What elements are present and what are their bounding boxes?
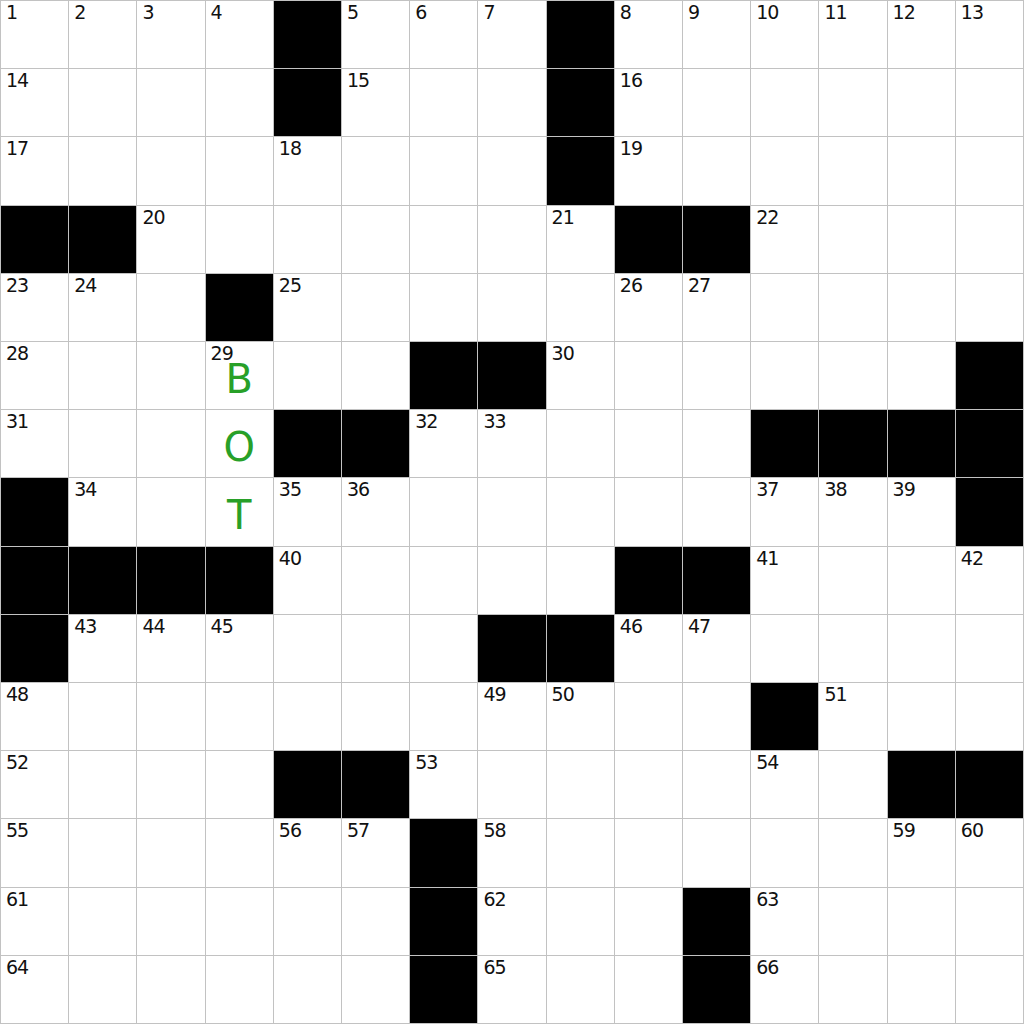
cell-r14-c1[interactable]: 61 (1, 888, 68, 955)
cell-r3-c9 (547, 137, 614, 204)
clue-number: 64 (6, 957, 28, 978)
cell-r11-c14[interactable] (888, 683, 955, 750)
cell-r12-c10[interactable] (615, 751, 682, 818)
cell-r6-c11[interactable] (683, 342, 750, 409)
cell-r4-c4[interactable] (206, 206, 273, 273)
cell-r4-c8[interactable] (478, 206, 545, 273)
cell-r7-c14 (888, 410, 955, 477)
clue-number: 25 (279, 275, 301, 296)
cell-r6-c6[interactable] (342, 342, 409, 409)
cell-r5-c10[interactable]: 26 (615, 274, 682, 341)
cell-r12-c6 (342, 751, 409, 818)
clue-number: 20 (142, 207, 164, 228)
cell-r6-c2[interactable] (69, 342, 136, 409)
cell-r6-c3[interactable] (137, 342, 204, 409)
clue-number: 2 (74, 2, 85, 23)
clue-number: 6 (415, 2, 426, 23)
cell-r4-c10 (615, 206, 682, 273)
clue-number: 23 (6, 275, 28, 296)
cell-r4-c15[interactable] (956, 206, 1023, 273)
cell-r1-c13[interactable]: 11 (819, 1, 886, 68)
cell-r11-c11[interactable] (683, 683, 750, 750)
cell-r7-c11[interactable] (683, 410, 750, 477)
cell-r8-c4[interactable]: T (206, 478, 273, 545)
cell-r6-c7 (410, 342, 477, 409)
clue-number: 4 (211, 2, 222, 23)
cell-r15-c8[interactable]: 65 (478, 956, 545, 1023)
cell-r3-c8[interactable] (478, 137, 545, 204)
cell-r2-c10[interactable]: 16 (615, 69, 682, 136)
cell-r1-c1[interactable]: 1 (1, 1, 68, 68)
cell-r4-c2 (69, 206, 136, 273)
cell-r1-c5 (274, 1, 341, 68)
cell-r13-c13[interactable] (819, 819, 886, 886)
clue-number: 54 (756, 752, 778, 773)
cell-r8-c9[interactable] (547, 478, 614, 545)
clue-number: 42 (961, 548, 983, 569)
cell-r14-c9[interactable] (547, 888, 614, 955)
cell-r3-c7[interactable] (410, 137, 477, 204)
cell-r5-c8[interactable] (478, 274, 545, 341)
cell-r11-c1[interactable]: 48 (1, 683, 68, 750)
cell-r7-c10[interactable] (615, 410, 682, 477)
clue-number: 36 (347, 479, 369, 500)
cell-r14-c10[interactable] (615, 888, 682, 955)
cell-r15-c4[interactable] (206, 956, 273, 1023)
cell-r1-c4[interactable]: 4 (206, 1, 273, 68)
cell-r2-c1[interactable]: 14 (1, 69, 68, 136)
clue-number: 10 (756, 2, 778, 23)
clue-number: 12 (893, 2, 915, 23)
cell-r6-c1[interactable]: 28 (1, 342, 68, 409)
cell-r10-c1 (1, 615, 68, 682)
cell-r3-c10[interactable]: 19 (615, 137, 682, 204)
cell-r8-c15 (956, 478, 1023, 545)
cell-r15-c3[interactable] (137, 956, 204, 1023)
cell-r2-c12[interactable] (751, 69, 818, 136)
cell-r15-c14[interactable] (888, 956, 955, 1023)
cell-r2-c15[interactable] (956, 69, 1023, 136)
clue-number: 45 (211, 616, 233, 637)
cell-r14-c3[interactable] (137, 888, 204, 955)
cell-r6-c15 (956, 342, 1023, 409)
cell-r1-c6[interactable]: 5 (342, 1, 409, 68)
cell-r3-c14[interactable] (888, 137, 955, 204)
clue-number: 50 (552, 684, 574, 705)
cell-r9-c1 (1, 547, 68, 614)
cell-r10-c14[interactable] (888, 615, 955, 682)
cell-r2-c11[interactable] (683, 69, 750, 136)
cell-r14-c7 (410, 888, 477, 955)
cell-r7-c5 (274, 410, 341, 477)
cell-r11-c13[interactable]: 51 (819, 683, 886, 750)
filled-letter: O (206, 410, 273, 477)
cell-r4-c5[interactable] (274, 206, 341, 273)
cell-r4-c13[interactable] (819, 206, 886, 273)
cell-r7-c4[interactable]: O (206, 410, 273, 477)
cell-r7-c3[interactable] (137, 410, 204, 477)
cell-r7-c1[interactable]: 31 (1, 410, 68, 477)
clue-number: 27 (688, 275, 710, 296)
clue-number: 40 (279, 548, 301, 569)
clue-number: 21 (552, 207, 574, 228)
clue-number: 15 (347, 70, 369, 91)
clue-number: 41 (756, 548, 778, 569)
cell-r11-c9[interactable]: 50 (547, 683, 614, 750)
cell-r15-c7 (410, 956, 477, 1023)
cell-r12-c13[interactable] (819, 751, 886, 818)
clue-number: 63 (756, 889, 778, 910)
cell-r1-c15[interactable]: 13 (956, 1, 1023, 68)
cell-r14-c2[interactable] (69, 888, 136, 955)
clue-number: 18 (279, 138, 301, 159)
cell-r12-c8[interactable] (478, 751, 545, 818)
cell-r3-c3[interactable] (137, 137, 204, 204)
cell-r12-c3[interactable] (137, 751, 204, 818)
clue-number: 30 (552, 343, 574, 364)
cell-r9-c14[interactable] (888, 547, 955, 614)
cell-r5-c2[interactable]: 24 (69, 274, 136, 341)
cell-r13-c12[interactable] (751, 819, 818, 886)
cell-r7-c9[interactable] (547, 410, 614, 477)
cell-r4-c7[interactable] (410, 206, 477, 273)
clue-number: 61 (6, 889, 28, 910)
cell-r2-c3[interactable] (137, 69, 204, 136)
cell-r13-c10[interactable] (615, 819, 682, 886)
cell-r5-c1[interactable]: 23 (1, 274, 68, 341)
clue-number: 26 (620, 275, 642, 296)
cell-r8-c6[interactable]: 36 (342, 478, 409, 545)
cell-r1-c8[interactable]: 7 (478, 1, 545, 68)
clue-number: 58 (483, 820, 505, 841)
cell-r7-c2[interactable] (69, 410, 136, 477)
cell-r10-c6[interactable] (342, 615, 409, 682)
cell-r11-c5[interactable] (274, 683, 341, 750)
cell-r2-c13[interactable] (819, 69, 886, 136)
cell-r12-c9[interactable] (547, 751, 614, 818)
cell-r13-c5[interactable]: 56 (274, 819, 341, 886)
cell-r6-c8 (478, 342, 545, 409)
cell-r14-c8[interactable]: 62 (478, 888, 545, 955)
cell-r15-c10[interactable] (615, 956, 682, 1023)
clue-number: 3 (142, 2, 153, 23)
cell-r8-c1 (1, 478, 68, 545)
cell-r8-c12[interactable]: 37 (751, 478, 818, 545)
cell-r6-c13[interactable] (819, 342, 886, 409)
cell-r11-c7[interactable] (410, 683, 477, 750)
crossword-board: 1234567891011121314151617181920212223242… (0, 0, 1024, 1024)
cell-r3-c1[interactable]: 17 (1, 137, 68, 204)
cell-r10-c12[interactable] (751, 615, 818, 682)
cell-r11-c15[interactable] (956, 683, 1023, 750)
cell-r3-c12[interactable] (751, 137, 818, 204)
cell-r13-c4[interactable] (206, 819, 273, 886)
cell-r9-c9[interactable] (547, 547, 614, 614)
cell-r3-c13[interactable] (819, 137, 886, 204)
cell-r2-c14[interactable] (888, 69, 955, 136)
cell-r3-c4[interactable] (206, 137, 273, 204)
cell-r14-c14[interactable] (888, 888, 955, 955)
cell-r9-c3 (137, 547, 204, 614)
cell-r7-c8[interactable]: 33 (478, 410, 545, 477)
cell-r10-c9 (547, 615, 614, 682)
cell-r15-c15[interactable] (956, 956, 1023, 1023)
cell-r10-c3[interactable]: 44 (137, 615, 204, 682)
clue-number: 59 (893, 820, 915, 841)
cell-r1-c3[interactable]: 3 (137, 1, 204, 68)
clue-number: 35 (279, 479, 301, 500)
cell-r13-c15[interactable]: 60 (956, 819, 1023, 886)
cell-r3-c6[interactable] (342, 137, 409, 204)
cell-r5-c13[interactable] (819, 274, 886, 341)
cell-r1-c9 (547, 1, 614, 68)
cell-r5-c5[interactable]: 25 (274, 274, 341, 341)
clue-number: 11 (824, 2, 846, 23)
cell-r6-c10[interactable] (615, 342, 682, 409)
clue-number: 32 (415, 411, 437, 432)
cell-r7-c15 (956, 410, 1023, 477)
cell-r4-c3[interactable]: 20 (137, 206, 204, 273)
clue-number: 62 (483, 889, 505, 910)
clue-number: 33 (483, 411, 505, 432)
clue-number: 47 (688, 616, 710, 637)
cell-r7-c6 (342, 410, 409, 477)
cell-r7-c12 (751, 410, 818, 477)
cell-r8-c11[interactable] (683, 478, 750, 545)
clue-number: 56 (279, 820, 301, 841)
cell-r10-c10[interactable]: 46 (615, 615, 682, 682)
cell-r2-c8[interactable] (478, 69, 545, 136)
cell-r1-c7[interactable]: 6 (410, 1, 477, 68)
cell-r14-c5[interactable] (274, 888, 341, 955)
cell-r15-c6[interactable] (342, 956, 409, 1023)
cell-r12-c14 (888, 751, 955, 818)
clue-number: 22 (756, 207, 778, 228)
cell-r2-c4[interactable] (206, 69, 273, 136)
clue-number: 51 (824, 684, 846, 705)
cell-r3-c11[interactable] (683, 137, 750, 204)
cell-r9-c15[interactable]: 42 (956, 547, 1023, 614)
cell-r9-c4 (206, 547, 273, 614)
cell-r5-c9[interactable] (547, 274, 614, 341)
cell-r7-c7[interactable]: 32 (410, 410, 477, 477)
clue-number: 39 (893, 479, 915, 500)
cell-r9-c2 (69, 547, 136, 614)
clue-number: 28 (6, 343, 28, 364)
cell-r9-c12[interactable]: 41 (751, 547, 818, 614)
clue-number: 48 (6, 684, 28, 705)
cell-r13-c6[interactable]: 57 (342, 819, 409, 886)
cell-r13-c2[interactable] (69, 819, 136, 886)
clue-number: 49 (483, 684, 505, 705)
cell-r14-c12[interactable]: 63 (751, 888, 818, 955)
cell-r5-c3[interactable] (137, 274, 204, 341)
cell-r4-c11 (683, 206, 750, 273)
cell-r13-c11[interactable] (683, 819, 750, 886)
cell-r12-c15 (956, 751, 1023, 818)
cell-r6-c12[interactable] (751, 342, 818, 409)
clue-number: 53 (415, 752, 437, 773)
cell-r8-c8[interactable] (478, 478, 545, 545)
cell-r12-c7[interactable]: 53 (410, 751, 477, 818)
cell-r7-c13 (819, 410, 886, 477)
cell-r8-c3[interactable] (137, 478, 204, 545)
clue-number: 52 (6, 752, 28, 773)
cell-r11-c3[interactable] (137, 683, 204, 750)
cell-r4-c6[interactable] (342, 206, 409, 273)
clue-number: 31 (6, 411, 28, 432)
clue-number: 14 (6, 70, 28, 91)
cell-r2-c2[interactable] (69, 69, 136, 136)
cell-r6-c14[interactable] (888, 342, 955, 409)
clue-number: 57 (347, 820, 369, 841)
clue-number: 43 (74, 616, 96, 637)
cell-r6-c5[interactable] (274, 342, 341, 409)
clue-number: 5 (347, 2, 358, 23)
cell-r2-c7[interactable] (410, 69, 477, 136)
cell-r11-c8[interactable]: 49 (478, 683, 545, 750)
clue-number: 16 (620, 70, 642, 91)
clue-number: 24 (74, 275, 96, 296)
cell-r1-c11[interactable]: 9 (683, 1, 750, 68)
cell-r9-c8[interactable] (478, 547, 545, 614)
cell-r9-c6[interactable] (342, 547, 409, 614)
cell-r14-c13[interactable] (819, 888, 886, 955)
cell-r8-c7[interactable] (410, 478, 477, 545)
clue-number: 8 (620, 2, 631, 23)
cell-r8-c10[interactable] (615, 478, 682, 545)
clue-number: 55 (6, 820, 28, 841)
clue-number: 7 (483, 2, 494, 23)
cell-r11-c12 (751, 683, 818, 750)
cell-r6-c4[interactable]: 29B (206, 342, 273, 409)
clue-number: 60 (961, 820, 983, 841)
cell-r5-c11[interactable]: 27 (683, 274, 750, 341)
cell-r5-c15[interactable] (956, 274, 1023, 341)
cell-r12-c12[interactable]: 54 (751, 751, 818, 818)
cell-r2-c9 (547, 69, 614, 136)
cell-r11-c6[interactable] (342, 683, 409, 750)
cell-r15-c2[interactable] (69, 956, 136, 1023)
cell-r14-c4[interactable] (206, 888, 273, 955)
cell-r15-c9[interactable] (547, 956, 614, 1023)
cell-r13-c3[interactable] (137, 819, 204, 886)
filled-letter: T (206, 478, 273, 545)
cell-r8-c2[interactable]: 34 (69, 478, 136, 545)
clue-number: 13 (961, 2, 983, 23)
cell-r9-c11 (683, 547, 750, 614)
clue-number: 1 (6, 2, 17, 23)
cell-r8-c5[interactable]: 35 (274, 478, 341, 545)
cell-r2-c5 (274, 69, 341, 136)
clue-number: 65 (483, 957, 505, 978)
cell-r15-c12[interactable]: 66 (751, 956, 818, 1023)
cell-r9-c10 (615, 547, 682, 614)
cell-r15-c5[interactable] (274, 956, 341, 1023)
cell-r10-c4[interactable]: 45 (206, 615, 273, 682)
cell-r14-c11 (683, 888, 750, 955)
cell-r13-c7 (410, 819, 477, 886)
cell-r10-c5[interactable] (274, 615, 341, 682)
cell-r12-c1[interactable]: 52 (1, 751, 68, 818)
cell-r15-c11 (683, 956, 750, 1023)
clue-number: 37 (756, 479, 778, 500)
cell-r10-c15[interactable] (956, 615, 1023, 682)
cell-r10-c2[interactable]: 43 (69, 615, 136, 682)
cell-r12-c4[interactable] (206, 751, 273, 818)
cell-r5-c4 (206, 274, 273, 341)
cell-r11-c10[interactable] (615, 683, 682, 750)
cell-r1-c2[interactable]: 2 (69, 1, 136, 68)
cell-r8-c14[interactable]: 39 (888, 478, 955, 545)
cell-r13-c8[interactable]: 58 (478, 819, 545, 886)
cell-r4-c9[interactable]: 21 (547, 206, 614, 273)
cell-r13-c1[interactable]: 55 (1, 819, 68, 886)
cell-r12-c11[interactable] (683, 751, 750, 818)
cell-r14-c15[interactable] (956, 888, 1023, 955)
clue-number: 34 (74, 479, 96, 500)
cell-r10-c8 (478, 615, 545, 682)
cell-r5-c12[interactable] (751, 274, 818, 341)
clue-number: 66 (756, 957, 778, 978)
cell-r8-c13[interactable]: 38 (819, 478, 886, 545)
cell-r2-c6[interactable]: 15 (342, 69, 409, 136)
clue-number: 19 (620, 138, 642, 159)
cell-r5-c6[interactable] (342, 274, 409, 341)
cell-r11-c2[interactable] (69, 683, 136, 750)
clue-number: 17 (6, 138, 28, 159)
clue-number: 46 (620, 616, 642, 637)
cell-r5-c7[interactable] (410, 274, 477, 341)
cell-r9-c13[interactable] (819, 547, 886, 614)
cell-r4-c1 (1, 206, 68, 273)
cell-r12-c5 (274, 751, 341, 818)
cell-r1-c14[interactable]: 12 (888, 1, 955, 68)
cell-r15-c1[interactable]: 64 (1, 956, 68, 1023)
cell-r12-c2[interactable] (69, 751, 136, 818)
cell-r11-c4[interactable] (206, 683, 273, 750)
clue-number: 9 (688, 2, 699, 23)
cell-r4-c12[interactable]: 22 (751, 206, 818, 273)
cell-r1-c12[interactable]: 10 (751, 1, 818, 68)
cell-r3-c5[interactable]: 18 (274, 137, 341, 204)
cell-r3-c2[interactable] (69, 137, 136, 204)
cell-r14-c6[interactable] (342, 888, 409, 955)
cell-r4-c14[interactable] (888, 206, 955, 273)
clue-number: 44 (142, 616, 164, 637)
cell-r13-c9[interactable] (547, 819, 614, 886)
cell-r3-c15[interactable] (956, 137, 1023, 204)
cell-r15-c13[interactable] (819, 956, 886, 1023)
clue-number: 38 (824, 479, 846, 500)
cell-r1-c10[interactable]: 8 (615, 1, 682, 68)
cell-r10-c7[interactable] (410, 615, 477, 682)
cell-r9-c7[interactable] (410, 547, 477, 614)
cell-r13-c14[interactable]: 59 (888, 819, 955, 886)
cell-r9-c5[interactable]: 40 (274, 547, 341, 614)
filled-letter: B (206, 342, 273, 409)
cell-r10-c11[interactable]: 47 (683, 615, 750, 682)
cell-r6-c9[interactable]: 30 (547, 342, 614, 409)
cell-r10-c13[interactable] (819, 615, 886, 682)
cell-r5-c14[interactable] (888, 274, 955, 341)
